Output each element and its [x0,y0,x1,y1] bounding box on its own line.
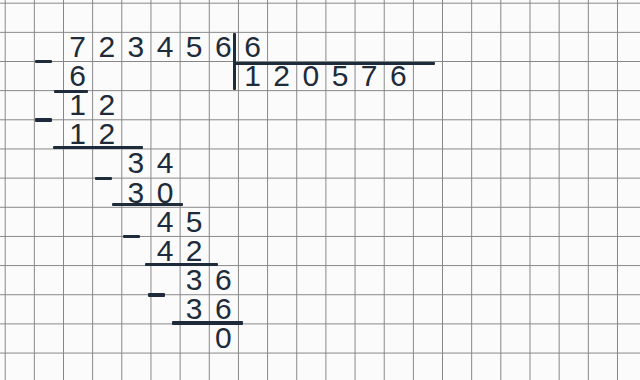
digit-cell: 3 [180,294,209,323]
digit-cell: 3 [121,32,150,61]
digit-cell: 7 [355,61,384,90]
digit-cell: 1 [238,61,267,90]
digit-cell: 3 [180,265,209,294]
digit-cell: 5 [180,32,209,61]
digit-cell: 2 [92,32,121,61]
digit-cell: 4 [150,207,179,236]
digit-cell: 6 [209,265,238,294]
squared-paper-worksheet: 7234566612057612123430454236360 [0,0,640,380]
digit-grid: 7234566612057612123430454236360 [5,3,640,380]
digit-cell: 2 [267,61,296,90]
digit-cell: 0 [296,61,325,90]
subtraction-underline [54,90,88,93]
digit-cell: 5 [180,207,209,236]
minus-sign [148,293,165,296]
digit-cell: 6 [384,61,413,90]
digit-cell: 4 [150,236,179,265]
digit-cell: 0 [209,323,238,352]
subtraction-underline [53,146,143,149]
subtraction-underline [145,263,219,266]
digit-cell: 1 [63,119,92,148]
division-bracket-horizontal [235,62,436,65]
digit-cell: 1 [63,90,92,119]
minus-sign [123,235,140,238]
digit-cell: 2 [92,119,121,148]
digit-cell: 6 [238,32,267,61]
minus-sign [35,60,52,63]
digit-cell: 4 [150,32,179,61]
subtraction-underline [112,203,183,206]
digit-cell: 6 [209,294,238,323]
subtraction-underline [172,321,243,324]
minus-sign [35,118,52,121]
digit-cell: 2 [180,236,209,265]
digit-cell: 6 [63,61,92,90]
digit-cell: 5 [325,61,354,90]
digit-cell: 2 [92,90,121,119]
digit-cell: 4 [150,148,179,177]
digit-cell: 3 [121,148,150,177]
minus-sign [95,177,112,180]
digit-cell: 7 [63,32,92,61]
